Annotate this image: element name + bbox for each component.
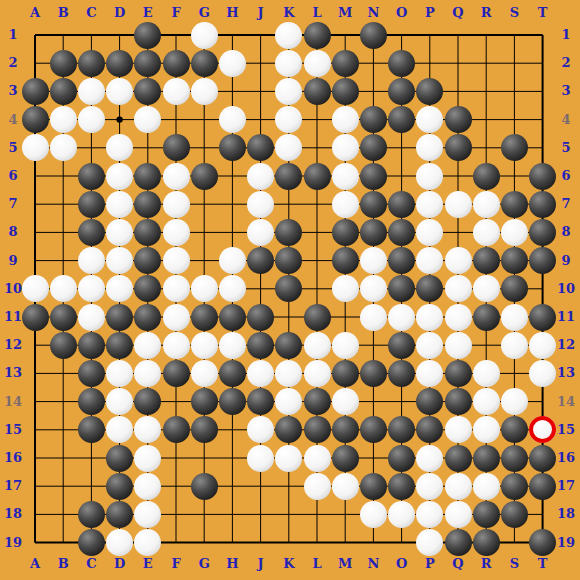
col-label-top-M: M (334, 6, 356, 20)
col-label-bottom-A: A (24, 557, 46, 571)
black-stone-F2 (163, 50, 190, 77)
black-stone-B2 (50, 50, 77, 77)
col-label-top-T: T (532, 6, 554, 20)
white-stone-M10 (332, 275, 359, 302)
white-stone-F9 (163, 247, 190, 274)
black-stone-T7 (529, 191, 556, 218)
white-stone-R8 (473, 219, 500, 246)
black-stone-N15 (360, 416, 387, 443)
black-stone-R18 (473, 501, 500, 528)
white-stone-P7 (416, 191, 443, 218)
col-label-bottom-E: E (137, 557, 159, 571)
row-label-right-6: 6 (555, 169, 577, 183)
row-label-left-6: 6 (2, 169, 24, 183)
black-stone-D16 (106, 445, 133, 472)
row-label-right-19: 19 (555, 536, 577, 550)
white-stone-B5 (50, 134, 77, 161)
col-label-top-P: P (419, 6, 441, 20)
col-label-bottom-O: O (391, 557, 413, 571)
white-stone-P6 (416, 163, 443, 190)
white-stone-R14 (473, 388, 500, 415)
black-stone-E2 (134, 50, 161, 77)
black-stone-N13 (360, 360, 387, 387)
black-stone-S7 (501, 191, 528, 218)
black-stone-E1 (134, 22, 161, 49)
black-stone-T9 (529, 247, 556, 274)
black-stone-M2 (332, 50, 359, 77)
white-stone-S14 (501, 388, 528, 415)
row-label-right-16: 16 (555, 451, 577, 465)
white-stone-J7 (247, 191, 274, 218)
white-stone-Q12 (445, 332, 472, 359)
col-label-top-A: A (24, 6, 46, 20)
black-stone-B11 (50, 304, 77, 331)
white-stone-R17 (473, 473, 500, 500)
black-stone-A4 (22, 106, 49, 133)
row-label-left-12: 12 (2, 338, 24, 352)
col-label-bottom-Q: Q (447, 557, 469, 571)
white-stone-R13 (473, 360, 500, 387)
col-label-bottom-R: R (475, 557, 497, 571)
col-label-top-D: D (109, 6, 131, 20)
black-stone-R11 (473, 304, 500, 331)
white-stone-S8 (501, 219, 528, 246)
black-stone-T17 (529, 473, 556, 500)
col-label-top-H: H (221, 6, 243, 20)
black-stone-N6 (360, 163, 387, 190)
white-stone-H12 (219, 332, 246, 359)
row-label-right-14: 14 (555, 395, 577, 409)
black-stone-O3 (388, 78, 415, 105)
black-stone-D2 (106, 50, 133, 77)
black-stone-M16 (332, 445, 359, 472)
white-stone-K16 (275, 445, 302, 472)
black-stone-O8 (388, 219, 415, 246)
row-label-right-10: 10 (555, 282, 577, 296)
white-stone-E16 (134, 445, 161, 472)
row-label-left-18: 18 (2, 507, 24, 521)
black-stone-H5 (219, 134, 246, 161)
white-stone-S12 (501, 332, 528, 359)
black-stone-T19 (529, 529, 556, 556)
black-stone-Q16 (445, 445, 472, 472)
white-stone-M12 (332, 332, 359, 359)
white-stone-K2 (275, 50, 302, 77)
black-stone-H14 (219, 388, 246, 415)
white-stone-Q17 (445, 473, 472, 500)
black-stone-K6 (275, 163, 302, 190)
black-stone-O17 (388, 473, 415, 500)
white-stone-T13 (529, 360, 556, 387)
col-label-bottom-J: J (250, 557, 272, 571)
black-stone-D12 (106, 332, 133, 359)
black-stone-D17 (106, 473, 133, 500)
white-stone-C11 (78, 304, 105, 331)
black-stone-S16 (501, 445, 528, 472)
col-label-bottom-P: P (419, 557, 441, 571)
white-stone-L17 (304, 473, 331, 500)
black-stone-C8 (78, 219, 105, 246)
white-stone-D13 (106, 360, 133, 387)
row-label-left-9: 9 (2, 254, 24, 268)
white-stone-Q15 (445, 416, 472, 443)
white-stone-J6 (247, 163, 274, 190)
black-stone-S9 (501, 247, 528, 274)
white-stone-P16 (416, 445, 443, 472)
black-stone-E7 (134, 191, 161, 218)
row-label-right-8: 8 (555, 225, 577, 239)
black-stone-T8 (529, 219, 556, 246)
black-stone-C2 (78, 50, 105, 77)
black-stone-L11 (304, 304, 331, 331)
col-label-top-E: E (137, 6, 159, 20)
white-stone-F10 (163, 275, 190, 302)
col-label-bottom-T: T (532, 557, 554, 571)
white-stone-D7 (106, 191, 133, 218)
white-stone-C4 (78, 106, 105, 133)
col-label-bottom-G: G (193, 557, 215, 571)
white-stone-R10 (473, 275, 500, 302)
white-stone-Q18 (445, 501, 472, 528)
white-stone-F7 (163, 191, 190, 218)
black-stone-A3 (22, 78, 49, 105)
black-stone-E11 (134, 304, 161, 331)
row-label-left-5: 5 (2, 141, 24, 155)
white-stone-E12 (134, 332, 161, 359)
black-stone-P3 (416, 78, 443, 105)
white-stone-K13 (275, 360, 302, 387)
black-stone-C6 (78, 163, 105, 190)
black-stone-O7 (388, 191, 415, 218)
black-stone-L1 (304, 22, 331, 49)
row-label-left-4: 4 (2, 113, 24, 127)
black-stone-C7 (78, 191, 105, 218)
black-stone-L6 (304, 163, 331, 190)
row-label-left-14: 14 (2, 395, 24, 409)
col-label-top-Q: Q (447, 6, 469, 20)
white-stone-D9 (106, 247, 133, 274)
white-stone-N18 (360, 501, 387, 528)
black-stone-L15 (304, 416, 331, 443)
black-stone-C18 (78, 501, 105, 528)
white-stone-D14 (106, 388, 133, 415)
white-stone-B4 (50, 106, 77, 133)
black-stone-M8 (332, 219, 359, 246)
row-label-right-1: 1 (555, 28, 577, 42)
white-stone-Q10 (445, 275, 472, 302)
white-stone-H10 (219, 275, 246, 302)
row-label-left-3: 3 (2, 84, 24, 98)
white-stone-S11 (501, 304, 528, 331)
black-stone-J14 (247, 388, 274, 415)
black-stone-N8 (360, 219, 387, 246)
row-label-right-13: 13 (555, 366, 577, 380)
white-stone-K1 (275, 22, 302, 49)
row-label-right-18: 18 (555, 507, 577, 521)
row-label-left-7: 7 (2, 197, 24, 211)
black-stone-N4 (360, 106, 387, 133)
black-stone-F15 (163, 416, 190, 443)
row-label-left-19: 19 (2, 536, 24, 550)
white-stone-G3 (191, 78, 218, 105)
black-stone-C19 (78, 529, 105, 556)
white-stone-O18 (388, 501, 415, 528)
white-stone-M6 (332, 163, 359, 190)
col-label-bottom-M: M (334, 557, 356, 571)
black-stone-F5 (163, 134, 190, 161)
white-stone-R15 (473, 416, 500, 443)
col-label-top-S: S (503, 6, 525, 20)
white-stone-L13 (304, 360, 331, 387)
black-stone-O12 (388, 332, 415, 359)
black-stone-B12 (50, 332, 77, 359)
black-stone-G2 (191, 50, 218, 77)
white-stone-Q7 (445, 191, 472, 218)
white-stone-N11 (360, 304, 387, 331)
white-stone-E18 (134, 501, 161, 528)
black-stone-O16 (388, 445, 415, 472)
black-stone-J9 (247, 247, 274, 274)
black-stone-G15 (191, 416, 218, 443)
black-stone-M3 (332, 78, 359, 105)
white-stone-J16 (247, 445, 274, 472)
row-label-right-12: 12 (555, 338, 577, 352)
col-label-bottom-F: F (165, 557, 187, 571)
row-label-left-17: 17 (2, 479, 24, 493)
col-label-top-G: G (193, 6, 215, 20)
white-stone-C9 (78, 247, 105, 274)
black-stone-C15 (78, 416, 105, 443)
black-stone-T6 (529, 163, 556, 190)
white-stone-F8 (163, 219, 190, 246)
white-stone-F11 (163, 304, 190, 331)
white-stone-J8 (247, 219, 274, 246)
white-stone-P18 (416, 501, 443, 528)
row-label-left-13: 13 (2, 366, 24, 380)
white-stone-M14 (332, 388, 359, 415)
white-stone-P13 (416, 360, 443, 387)
black-stone-M13 (332, 360, 359, 387)
white-stone-L16 (304, 445, 331, 472)
black-stone-G14 (191, 388, 218, 415)
col-label-top-B: B (52, 6, 74, 20)
star-point (116, 116, 122, 122)
white-stone-H2 (219, 50, 246, 77)
white-stone-L12 (304, 332, 331, 359)
black-stone-N5 (360, 134, 387, 161)
white-stone-F3 (163, 78, 190, 105)
black-stone-R6 (473, 163, 500, 190)
black-stone-K12 (275, 332, 302, 359)
black-stone-C14 (78, 388, 105, 415)
black-stone-H11 (219, 304, 246, 331)
black-stone-R9 (473, 247, 500, 274)
white-stone-Q9 (445, 247, 472, 274)
white-stone-F12 (163, 332, 190, 359)
white-stone-C10 (78, 275, 105, 302)
white-stone-M7 (332, 191, 359, 218)
row-label-left-16: 16 (2, 451, 24, 465)
white-stone-N9 (360, 247, 387, 274)
white-stone-N10 (360, 275, 387, 302)
col-label-bottom-L: L (306, 557, 328, 571)
black-stone-M15 (332, 416, 359, 443)
black-stone-C13 (78, 360, 105, 387)
white-stone-M4 (332, 106, 359, 133)
row-label-right-5: 5 (555, 141, 577, 155)
row-label-right-2: 2 (555, 56, 577, 70)
white-stone-R7 (473, 191, 500, 218)
white-stone-A5 (22, 134, 49, 161)
white-stone-P12 (416, 332, 443, 359)
white-stone-Q11 (445, 304, 472, 331)
row-label-left-15: 15 (2, 423, 24, 437)
col-label-top-F: F (165, 6, 187, 20)
black-stone-R16 (473, 445, 500, 472)
black-stone-J11 (247, 304, 274, 331)
black-stone-O2 (388, 50, 415, 77)
col-label-top-J: J (250, 6, 272, 20)
row-label-right-9: 9 (555, 254, 577, 268)
row-label-left-1: 1 (2, 28, 24, 42)
white-stone-H9 (219, 247, 246, 274)
row-label-left-10: 10 (2, 282, 24, 296)
white-stone-D6 (106, 163, 133, 190)
black-stone-G11 (191, 304, 218, 331)
black-stone-S10 (501, 275, 528, 302)
white-stone-P8 (416, 219, 443, 246)
black-stone-T16 (529, 445, 556, 472)
white-stone-G10 (191, 275, 218, 302)
black-stone-G17 (191, 473, 218, 500)
black-stone-O13 (388, 360, 415, 387)
black-stone-E8 (134, 219, 161, 246)
black-stone-J12 (247, 332, 274, 359)
white-stone-B10 (50, 275, 77, 302)
black-stone-F13 (163, 360, 190, 387)
col-label-bottom-K: K (278, 557, 300, 571)
col-label-bottom-C: C (80, 557, 102, 571)
black-stone-D11 (106, 304, 133, 331)
black-stone-R19 (473, 529, 500, 556)
black-stone-C12 (78, 332, 105, 359)
white-stone-P17 (416, 473, 443, 500)
black-stone-S17 (501, 473, 528, 500)
white-stone-J13 (247, 360, 274, 387)
row-label-left-8: 8 (2, 225, 24, 239)
white-stone-O11 (388, 304, 415, 331)
white-stone-T12 (529, 332, 556, 359)
col-label-top-L: L (306, 6, 328, 20)
black-stone-E3 (134, 78, 161, 105)
white-stone-L2 (304, 50, 331, 77)
row-label-right-15: 15 (555, 423, 577, 437)
white-stone-F6 (163, 163, 190, 190)
white-stone-D3 (106, 78, 133, 105)
black-stone-M9 (332, 247, 359, 274)
white-stone-G13 (191, 360, 218, 387)
black-stone-G6 (191, 163, 218, 190)
col-label-top-N: N (362, 6, 384, 20)
white-stone-K3 (275, 78, 302, 105)
col-label-bottom-H: H (221, 557, 243, 571)
row-label-right-3: 3 (555, 84, 577, 98)
black-stone-S18 (501, 501, 528, 528)
white-stone-D8 (106, 219, 133, 246)
col-label-top-C: C (80, 6, 102, 20)
black-stone-Q13 (445, 360, 472, 387)
black-stone-Q19 (445, 529, 472, 556)
row-label-left-2: 2 (2, 56, 24, 70)
black-stone-D18 (106, 501, 133, 528)
white-stone-P11 (416, 304, 443, 331)
col-label-top-R: R (475, 6, 497, 20)
black-stone-Q14 (445, 388, 472, 415)
black-stone-N1 (360, 22, 387, 49)
row-label-right-7: 7 (555, 197, 577, 211)
white-stone-G12 (191, 332, 218, 359)
col-label-bottom-D: D (109, 557, 131, 571)
black-stone-T11 (529, 304, 556, 331)
col-label-bottom-B: B (52, 557, 74, 571)
black-stone-O9 (388, 247, 415, 274)
black-stone-N7 (360, 191, 387, 218)
col-label-bottom-N: N (362, 557, 384, 571)
white-stone-C3 (78, 78, 105, 105)
white-stone-H4 (219, 106, 246, 133)
white-stone-G1 (191, 22, 218, 49)
black-stone-L3 (304, 78, 331, 105)
white-stone-D19 (106, 529, 133, 556)
black-stone-Q4 (445, 106, 472, 133)
black-stone-K8 (275, 219, 302, 246)
col-label-top-O: O (391, 6, 413, 20)
go-board[interactable]: ABCDEFGHJKLMNOPQRST ABCDEFGHJKLMNOPQRST … (0, 0, 580, 580)
row-label-right-11: 11 (555, 310, 577, 324)
black-stone-A11 (22, 304, 49, 331)
black-stone-N17 (360, 473, 387, 500)
row-label-right-17: 17 (555, 479, 577, 493)
black-stone-E6 (134, 163, 161, 190)
row-label-right-4: 4 (555, 113, 577, 127)
white-stone-A10 (22, 275, 49, 302)
black-stone-H13 (219, 360, 246, 387)
black-stone-O4 (388, 106, 415, 133)
black-stone-L14 (304, 388, 331, 415)
white-stone-E13 (134, 360, 161, 387)
black-stone-Q5 (445, 134, 472, 161)
col-label-top-K: K (278, 6, 300, 20)
black-stone-S5 (501, 134, 528, 161)
white-stone-E17 (134, 473, 161, 500)
white-stone-M5 (332, 134, 359, 161)
black-stone-S15 (501, 416, 528, 443)
col-label-bottom-S: S (503, 557, 525, 571)
row-label-left-11: 11 (2, 310, 24, 324)
black-stone-B3 (50, 78, 77, 105)
white-stone-M17 (332, 473, 359, 500)
